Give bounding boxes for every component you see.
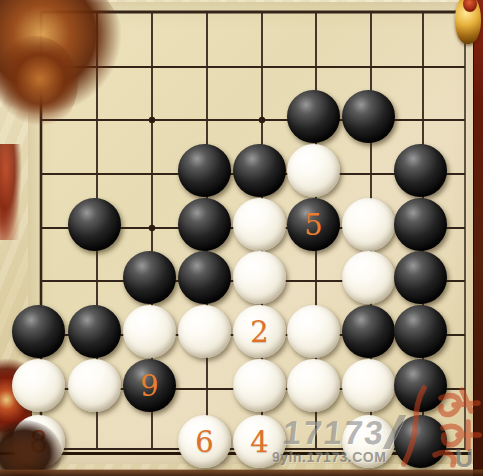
stone-white[interactable] — [342, 251, 395, 304]
stone-black[interactable] — [12, 305, 65, 358]
stone-black[interactable] — [178, 198, 231, 251]
stone-black[interactable] — [233, 144, 286, 197]
stone-white[interactable]: 6 — [178, 415, 231, 468]
stone-white[interactable] — [342, 359, 395, 412]
stone-black[interactable] — [342, 90, 395, 143]
stone-black[interactable] — [394, 305, 447, 358]
stone-black[interactable] — [68, 305, 121, 358]
stone-white[interactable]: 8 — [12, 415, 65, 468]
move-number-label: 5 — [287, 198, 340, 251]
stone-white[interactable] — [233, 198, 286, 251]
stone-white[interactable] — [287, 144, 340, 197]
go-problem-screenshot: 529864 17173 9yln.17173.COM U — [0, 0, 483, 476]
stone-white[interactable] — [178, 305, 231, 358]
stone-black[interactable] — [394, 251, 447, 304]
move-number-label: 8 — [12, 415, 65, 468]
red-calligraphy-seal-stamp — [394, 384, 483, 476]
stone-black[interactable] — [287, 90, 340, 143]
stone-black[interactable] — [342, 305, 395, 358]
move-number-label: 9 — [123, 359, 176, 412]
stone-white[interactable] — [287, 305, 340, 358]
stone-white[interactable] — [233, 251, 286, 304]
stone-black[interactable]: 5 — [287, 198, 340, 251]
stone-white[interactable] — [342, 198, 395, 251]
stone-black[interactable] — [394, 144, 447, 197]
stone-white[interactable]: 2 — [233, 305, 286, 358]
stone-white[interactable] — [123, 305, 176, 358]
stone-black[interactable] — [123, 251, 176, 304]
move-number-label: 6 — [178, 415, 231, 468]
watermark-site-url: 9yln.17173.COM — [272, 449, 386, 465]
stone-black[interactable] — [394, 198, 447, 251]
stone-black[interactable] — [68, 198, 121, 251]
move-number-label: 2 — [233, 305, 286, 358]
stone-black[interactable] — [178, 251, 231, 304]
stone-white[interactable] — [287, 359, 340, 412]
stone-black[interactable] — [178, 144, 231, 197]
stone-white[interactable] — [68, 359, 121, 412]
stone-black[interactable]: 9 — [123, 359, 176, 412]
watermark-17173-logo: 17173 — [281, 414, 387, 452]
stone-white[interactable] — [233, 359, 286, 412]
stone-white[interactable] — [12, 359, 65, 412]
